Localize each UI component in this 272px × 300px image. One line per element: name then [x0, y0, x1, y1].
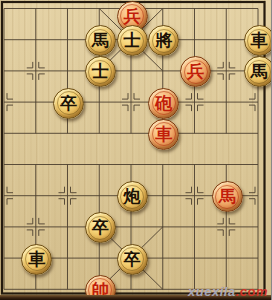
- piece-red-chariot[interactable]: 車: [148, 119, 179, 150]
- piece-black-chariot[interactable]: 車: [244, 25, 272, 56]
- piece-black-soldier[interactable]: 卒: [85, 212, 116, 243]
- board-bottom-edge: [0, 295, 271, 300]
- piece-red-cannon[interactable]: 砲: [148, 88, 179, 119]
- piece-black-soldier[interactable]: 卒: [53, 88, 84, 119]
- piece-red-soldier[interactable]: 兵: [180, 56, 211, 87]
- pieces-layer: 兵馬士將車士兵馬卒砲車炮馬卒車卒帥: [0, 0, 271, 300]
- piece-black-chariot[interactable]: 車: [21, 244, 52, 275]
- piece-black-cannon[interactable]: 炮: [117, 181, 148, 212]
- piece-black-general[interactable]: 將: [148, 25, 179, 56]
- piece-black-horse[interactable]: 馬: [85, 25, 116, 56]
- piece-black-horse[interactable]: 馬: [244, 56, 272, 87]
- piece-black-advisor[interactable]: 士: [85, 56, 116, 87]
- piece-black-soldier[interactable]: 卒: [117, 244, 148, 275]
- piece-black-advisor[interactable]: 士: [117, 25, 148, 56]
- piece-red-horse[interactable]: 馬: [212, 181, 243, 212]
- xiangqi-board: 兵馬士將車士兵馬卒砲車炮馬卒車卒帥 xuexila.com: [0, 0, 271, 300]
